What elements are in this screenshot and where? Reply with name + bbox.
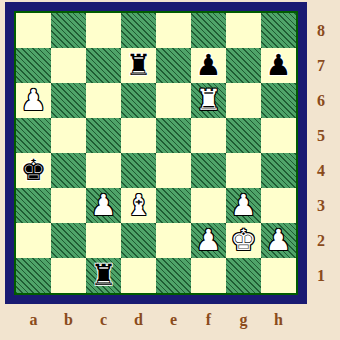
rank-label-6: 6 [309, 83, 333, 118]
file-label-c: c [86, 309, 121, 331]
square-b8[interactable] [51, 13, 86, 48]
square-c2[interactable] [86, 223, 121, 258]
rank-label-5: 5 [309, 118, 333, 153]
black-rook-d7[interactable]: ♜ [121, 48, 156, 83]
square-d3[interactable]: ♝ [121, 188, 156, 223]
rank-label-1: 1 [309, 258, 333, 293]
file-label-a: a [16, 309, 51, 331]
square-d1[interactable] [121, 258, 156, 293]
square-e6[interactable] [156, 83, 191, 118]
rank-labels: 87654321 [309, 13, 333, 293]
rank-label-4: 4 [309, 153, 333, 188]
file-label-d: d [121, 309, 156, 331]
square-h1[interactable] [261, 258, 296, 293]
square-c4[interactable] [86, 153, 121, 188]
chess-diagram: ♜♟♟♟♜♚♟♝♟♟♚♟♜ abcdefgh 87654321 [0, 0, 340, 340]
square-a8[interactable] [16, 13, 51, 48]
square-a1[interactable] [16, 258, 51, 293]
white-rook-f6[interactable]: ♜ [191, 83, 226, 118]
white-bishop-d3[interactable]: ♝ [121, 188, 156, 223]
square-e5[interactable] [156, 118, 191, 153]
rank-label-8: 8 [309, 13, 333, 48]
square-h7[interactable]: ♟ [261, 48, 296, 83]
file-label-e: e [156, 309, 191, 331]
square-b7[interactable] [51, 48, 86, 83]
white-pawn-c3[interactable]: ♟ [86, 188, 121, 223]
file-label-h: h [261, 309, 296, 331]
square-c3[interactable]: ♟ [86, 188, 121, 223]
board-frame: ♜♟♟♟♜♚♟♝♟♟♚♟♜ [5, 2, 307, 304]
white-pawn-g3[interactable]: ♟ [226, 188, 261, 223]
square-b3[interactable] [51, 188, 86, 223]
square-f4[interactable] [191, 153, 226, 188]
black-king-a4[interactable]: ♚ [16, 153, 51, 188]
square-g5[interactable] [226, 118, 261, 153]
square-h8[interactable] [261, 13, 296, 48]
square-d5[interactable] [121, 118, 156, 153]
square-f5[interactable] [191, 118, 226, 153]
square-f1[interactable] [191, 258, 226, 293]
square-e1[interactable] [156, 258, 191, 293]
file-label-b: b [51, 309, 86, 331]
square-d8[interactable] [121, 13, 156, 48]
square-a3[interactable] [16, 188, 51, 223]
square-a7[interactable] [16, 48, 51, 83]
square-g2[interactable]: ♚ [226, 223, 261, 258]
square-g8[interactable] [226, 13, 261, 48]
square-b1[interactable] [51, 258, 86, 293]
black-pawn-f7[interactable]: ♟ [191, 48, 226, 83]
square-g6[interactable] [226, 83, 261, 118]
rank-label-2: 2 [309, 223, 333, 258]
square-a4[interactable]: ♚ [16, 153, 51, 188]
square-c5[interactable] [86, 118, 121, 153]
file-labels: abcdefgh [16, 309, 296, 331]
square-h5[interactable] [261, 118, 296, 153]
square-f7[interactable]: ♟ [191, 48, 226, 83]
square-h4[interactable] [261, 153, 296, 188]
file-label-g: g [226, 309, 261, 331]
square-b6[interactable] [51, 83, 86, 118]
chess-board: ♜♟♟♟♜♚♟♝♟♟♚♟♜ [14, 11, 298, 295]
square-d2[interactable] [121, 223, 156, 258]
square-h2[interactable]: ♟ [261, 223, 296, 258]
square-f2[interactable]: ♟ [191, 223, 226, 258]
white-king-g2[interactable]: ♚ [226, 223, 261, 258]
white-pawn-f2[interactable]: ♟ [191, 223, 226, 258]
square-d4[interactable] [121, 153, 156, 188]
square-f3[interactable] [191, 188, 226, 223]
square-d6[interactable] [121, 83, 156, 118]
file-label-f: f [191, 309, 226, 331]
square-e7[interactable] [156, 48, 191, 83]
square-b4[interactable] [51, 153, 86, 188]
square-g4[interactable] [226, 153, 261, 188]
square-g3[interactable]: ♟ [226, 188, 261, 223]
square-d7[interactable]: ♜ [121, 48, 156, 83]
square-g7[interactable] [226, 48, 261, 83]
square-e2[interactable] [156, 223, 191, 258]
square-b5[interactable] [51, 118, 86, 153]
square-h3[interactable] [261, 188, 296, 223]
rank-label-7: 7 [309, 48, 333, 83]
square-e8[interactable] [156, 13, 191, 48]
square-c7[interactable] [86, 48, 121, 83]
black-rook-c1[interactable]: ♜ [86, 258, 121, 293]
white-pawn-h2[interactable]: ♟ [261, 223, 296, 258]
square-e4[interactable] [156, 153, 191, 188]
square-a6[interactable]: ♟ [16, 83, 51, 118]
rank-label-3: 3 [309, 188, 333, 223]
square-a2[interactable] [16, 223, 51, 258]
square-f8[interactable] [191, 13, 226, 48]
square-f6[interactable]: ♜ [191, 83, 226, 118]
square-e3[interactable] [156, 188, 191, 223]
square-g1[interactable] [226, 258, 261, 293]
square-c1[interactable]: ♜ [86, 258, 121, 293]
square-b2[interactable] [51, 223, 86, 258]
white-pawn-a6[interactable]: ♟ [16, 83, 51, 118]
square-c8[interactable] [86, 13, 121, 48]
black-pawn-h7[interactable]: ♟ [261, 48, 296, 83]
square-a5[interactable] [16, 118, 51, 153]
square-c6[interactable] [86, 83, 121, 118]
square-h6[interactable] [261, 83, 296, 118]
